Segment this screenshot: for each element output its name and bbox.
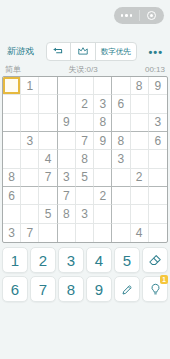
cell-r1c1[interactable] xyxy=(3,77,21,95)
cell-r3c4[interactable]: 9 xyxy=(58,114,76,132)
status-bar: 简单 失误:0/3 00:13 xyxy=(0,64,170,74)
pencil-icon xyxy=(120,282,135,297)
sudoku-grid: 1892369833798648387352672583374 xyxy=(2,76,168,243)
digit-button-3[interactable]: 3 xyxy=(58,247,84,273)
cell-r3c1[interactable] xyxy=(3,114,21,132)
more-menu-button[interactable]: ••• xyxy=(148,47,163,57)
cell-r5c5[interactable]: 8 xyxy=(76,150,94,168)
timer-label: 00:13 xyxy=(145,65,165,74)
cell-r2c8[interactable] xyxy=(131,95,149,113)
cell-r6c8[interactable]: 2 xyxy=(131,169,149,187)
crown-icon xyxy=(76,45,90,58)
cell-r6c7[interactable] xyxy=(112,169,130,187)
digit-first-button[interactable]: 数字优先 xyxy=(95,43,136,60)
cell-r4c4[interactable] xyxy=(58,132,76,150)
cell-r2c6[interactable]: 3 xyxy=(94,95,112,113)
cell-r8c6[interactable] xyxy=(94,205,112,223)
cell-r9c3[interactable] xyxy=(39,224,57,242)
difficulty-label: 简单 xyxy=(5,64,21,75)
cell-r9c8[interactable]: 4 xyxy=(131,224,149,242)
cell-r2c4[interactable] xyxy=(58,95,76,113)
cell-r6c1[interactable]: 8 xyxy=(3,169,21,187)
cell-r9c5[interactable] xyxy=(76,224,94,242)
dots-icon xyxy=(121,14,124,17)
new-game-button[interactable]: 新游戏 xyxy=(7,45,34,58)
cell-r5c7[interactable]: 3 xyxy=(112,150,130,168)
cell-r8c5[interactable]: 3 xyxy=(76,205,94,223)
digit-button-2[interactable]: 2 xyxy=(30,247,56,273)
cell-r9c2[interactable]: 7 xyxy=(21,224,39,242)
cell-r4c8[interactable] xyxy=(131,132,149,150)
cell-r1c7[interactable] xyxy=(112,77,130,95)
digit-first-label: 数字优先 xyxy=(101,47,131,57)
mini-program-capsule xyxy=(114,7,164,24)
target-circle-icon xyxy=(147,11,156,20)
cell-r9c1[interactable]: 3 xyxy=(3,224,21,242)
cell-r4c9[interactable]: 6 xyxy=(149,132,167,150)
cell-r8c9[interactable] xyxy=(149,205,167,223)
eraser-button[interactable] xyxy=(142,247,168,273)
pencil-button[interactable] xyxy=(114,276,140,302)
cell-r7c2[interactable] xyxy=(21,187,39,205)
cell-r5c2[interactable] xyxy=(21,150,39,168)
digit-button-8[interactable]: 8 xyxy=(58,276,84,302)
cell-r4c3[interactable] xyxy=(39,132,57,150)
mistakes-label: 失误:0/3 xyxy=(68,64,97,75)
cell-r3c2[interactable] xyxy=(21,114,39,132)
undo-button[interactable] xyxy=(47,43,70,60)
cell-r9c4[interactable] xyxy=(58,224,76,242)
capsule-close-button[interactable] xyxy=(140,7,165,24)
cell-r3c3[interactable] xyxy=(39,114,57,132)
cell-r7c7[interactable] xyxy=(112,187,130,205)
hint-button[interactable]: 1 xyxy=(142,276,168,302)
cell-r9c7[interactable] xyxy=(112,224,130,242)
cell-r9c9[interactable] xyxy=(149,224,167,242)
cell-r7c9[interactable] xyxy=(149,187,167,205)
cell-r1c5[interactable] xyxy=(76,77,94,95)
cell-r3c8[interactable] xyxy=(131,114,149,132)
undo-icon xyxy=(52,45,65,58)
cell-r4c1[interactable] xyxy=(3,132,21,150)
cell-r5c1[interactable] xyxy=(3,150,21,168)
crown-button[interactable] xyxy=(70,43,95,60)
cell-r6c4[interactable]: 3 xyxy=(58,169,76,187)
cell-r8c1[interactable] xyxy=(3,205,21,223)
cell-r4c7[interactable]: 8 xyxy=(112,132,130,150)
digit-button-7[interactable]: 7 xyxy=(30,276,56,302)
digit-button-6[interactable]: 6 xyxy=(2,276,28,302)
cell-r5c3[interactable]: 4 xyxy=(39,150,57,168)
cell-r8c4[interactable]: 8 xyxy=(58,205,76,223)
hint-badge: 1 xyxy=(160,275,168,284)
cell-r8c7[interactable] xyxy=(112,205,130,223)
digit-button-5[interactable]: 5 xyxy=(114,247,140,273)
cell-r6c6[interactable] xyxy=(94,169,112,187)
number-pad: 1 2 3 4 5 6 7 8 9 1 xyxy=(2,247,168,302)
cell-r2c3[interactable] xyxy=(39,95,57,113)
cell-r6c5[interactable]: 5 xyxy=(76,169,94,187)
eraser-icon xyxy=(147,252,163,268)
cell-r2c1[interactable] xyxy=(3,95,21,113)
cell-r6c2[interactable] xyxy=(21,169,39,187)
toolbar-button-group: 数字优先 xyxy=(46,42,137,61)
cell-r3c5[interactable] xyxy=(76,114,94,132)
cell-r3c9[interactable]: 3 xyxy=(149,114,167,132)
cell-r1c6[interactable] xyxy=(94,77,112,95)
cell-r1c8[interactable]: 8 xyxy=(131,77,149,95)
cell-r7c6[interactable]: 2 xyxy=(94,187,112,205)
digit-button-9[interactable]: 9 xyxy=(86,276,112,302)
digit-button-4[interactable]: 4 xyxy=(86,247,112,273)
cell-r1c3[interactable] xyxy=(39,77,57,95)
cell-r2c2[interactable] xyxy=(21,95,39,113)
cell-r5c6[interactable] xyxy=(94,150,112,168)
cell-r4c5[interactable]: 7 xyxy=(76,132,94,150)
cell-r2c7[interactable]: 6 xyxy=(112,95,130,113)
cell-r7c3[interactable] xyxy=(39,187,57,205)
cell-r5c8[interactable] xyxy=(131,150,149,168)
cell-r2c5[interactable]: 2 xyxy=(76,95,94,113)
cell-r1c2[interactable]: 1 xyxy=(21,77,39,95)
toolbar: 新游戏 数字优先 ••• xyxy=(0,42,170,61)
cell-r4c6[interactable]: 9 xyxy=(94,132,112,150)
cell-r9c6[interactable] xyxy=(94,224,112,242)
cell-r5c9[interactable] xyxy=(149,150,167,168)
cell-r3c6[interactable]: 8 xyxy=(94,114,112,132)
cell-r8c3[interactable]: 5 xyxy=(39,205,57,223)
cell-r6c3[interactable]: 7 xyxy=(39,169,57,187)
cell-r6c9[interactable] xyxy=(149,169,167,187)
digit-button-1[interactable]: 1 xyxy=(2,247,28,273)
cell-r1c4[interactable] xyxy=(58,77,76,95)
cell-r8c8[interactable] xyxy=(131,205,149,223)
cell-r4c2[interactable]: 3 xyxy=(21,132,39,150)
cell-r7c1[interactable]: 6 xyxy=(3,187,21,205)
cell-r8c2[interactable] xyxy=(21,205,39,223)
capsule-more-button[interactable] xyxy=(114,7,139,24)
cell-r7c4[interactable]: 7 xyxy=(58,187,76,205)
cell-r3c7[interactable] xyxy=(112,114,130,132)
cell-r5c4[interactable] xyxy=(58,150,76,168)
cell-r2c9[interactable] xyxy=(149,95,167,113)
cell-r7c8[interactable] xyxy=(131,187,149,205)
cell-r1c9[interactable]: 9 xyxy=(149,77,167,95)
cell-r7c5[interactable] xyxy=(76,187,94,205)
